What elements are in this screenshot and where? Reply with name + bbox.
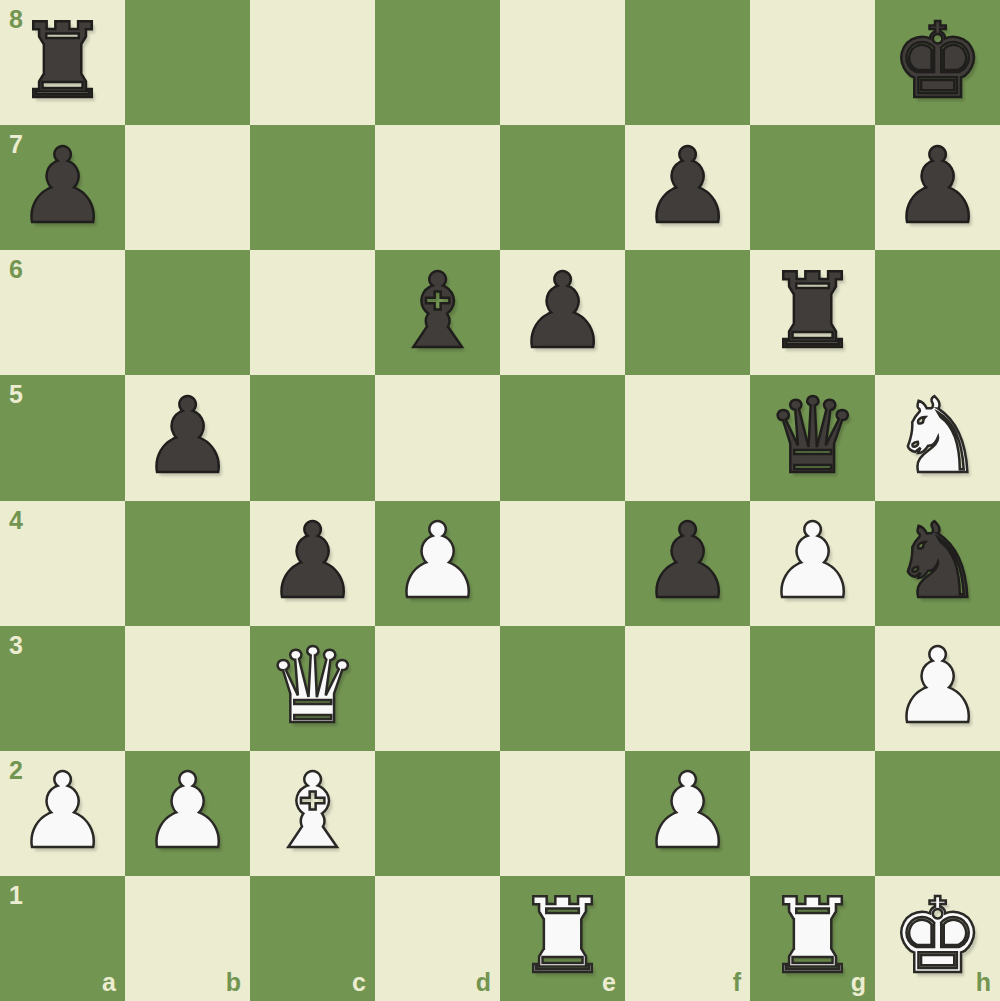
black-rook-piece[interactable]: ♜ [16,9,109,113]
black-knight-piece[interactable]: ♞ [891,509,984,613]
file-label-d: d [476,970,491,995]
white-pawn-piece[interactable]: ♟ [141,759,234,863]
square-h6[interactable] [875,250,1000,375]
black-rook-piece[interactable]: ♜ [766,259,859,363]
square-d2[interactable] [375,751,500,876]
square-h3[interactable]: ♟ [875,626,1000,751]
square-c3[interactable]: ♛ [250,626,375,751]
square-f5[interactable] [625,375,750,500]
white-queen-piece[interactable]: ♛ [266,634,359,738]
black-king-piece[interactable]: ♚ [891,9,984,113]
white-pawn-piece[interactable]: ♟ [891,634,984,738]
square-c5[interactable] [250,375,375,500]
square-h2[interactable] [875,751,1000,876]
square-h4[interactable]: ♞ [875,501,1000,626]
chess-board: 8♜♚7♟♟♟6♝♟♜5♟♛♞4♟♟♟♟♞3♛♟2♟♟♝♟1abcde♜fg♜h… [0,0,1000,1001]
square-d7[interactable] [375,125,500,250]
square-d5[interactable] [375,375,500,500]
file-label-f: f [733,970,741,995]
white-pawn-piece[interactable]: ♟ [641,759,734,863]
square-e3[interactable] [500,626,625,751]
square-b3[interactable] [125,626,250,751]
square-b4[interactable] [125,501,250,626]
black-pawn-piece[interactable]: ♟ [266,509,359,613]
square-c4[interactable]: ♟ [250,501,375,626]
square-e5[interactable] [500,375,625,500]
square-g2[interactable] [750,751,875,876]
square-f6[interactable] [625,250,750,375]
square-b6[interactable] [125,250,250,375]
square-e8[interactable] [500,0,625,125]
square-a3[interactable]: 3 [0,626,125,751]
file-label-a: a [102,970,116,995]
white-king-piece[interactable]: ♚ [891,884,984,988]
square-e4[interactable] [500,501,625,626]
square-b8[interactable] [125,0,250,125]
white-knight-piece[interactable]: ♞ [891,384,984,488]
square-f2[interactable]: ♟ [625,751,750,876]
square-g1[interactable]: g♜ [750,876,875,1001]
square-f7[interactable]: ♟ [625,125,750,250]
white-pawn-piece[interactable]: ♟ [391,509,484,613]
square-c6[interactable] [250,250,375,375]
black-pawn-piece[interactable]: ♟ [16,134,109,238]
white-rook-piece[interactable]: ♜ [766,884,859,988]
square-b2[interactable]: ♟ [125,751,250,876]
rank-label-4: 4 [9,508,23,533]
white-bishop-piece[interactable]: ♝ [266,759,359,863]
black-pawn-piece[interactable]: ♟ [641,509,734,613]
square-c1[interactable]: c [250,876,375,1001]
square-h1[interactable]: h♚ [875,876,1000,1001]
square-e1[interactable]: e♜ [500,876,625,1001]
square-g7[interactable] [750,125,875,250]
square-g8[interactable] [750,0,875,125]
square-b7[interactable] [125,125,250,250]
file-label-b: b [226,970,241,995]
square-d1[interactable]: d [375,876,500,1001]
square-g5[interactable]: ♛ [750,375,875,500]
square-a7[interactable]: 7♟ [0,125,125,250]
square-g6[interactable]: ♜ [750,250,875,375]
square-d6[interactable]: ♝ [375,250,500,375]
square-a1[interactable]: 1a [0,876,125,1001]
square-h7[interactable]: ♟ [875,125,1000,250]
square-d4[interactable]: ♟ [375,501,500,626]
rank-label-6: 6 [9,257,23,282]
square-f8[interactable] [625,0,750,125]
square-f4[interactable]: ♟ [625,501,750,626]
black-queen-piece[interactable]: ♛ [766,384,859,488]
square-c2[interactable]: ♝ [250,751,375,876]
square-e2[interactable] [500,751,625,876]
square-a8[interactable]: 8♜ [0,0,125,125]
square-a4[interactable]: 4 [0,501,125,626]
square-h5[interactable]: ♞ [875,375,1000,500]
square-d8[interactable] [375,0,500,125]
black-pawn-piece[interactable]: ♟ [141,384,234,488]
square-a5[interactable]: 5 [0,375,125,500]
black-pawn-piece[interactable]: ♟ [516,259,609,363]
white-pawn-piece[interactable]: ♟ [766,509,859,613]
square-e7[interactable] [500,125,625,250]
square-b5[interactable]: ♟ [125,375,250,500]
rank-label-3: 3 [9,633,23,658]
square-c7[interactable] [250,125,375,250]
file-label-c: c [352,970,366,995]
black-bishop-piece[interactable]: ♝ [391,259,484,363]
square-h8[interactable]: ♚ [875,0,1000,125]
white-pawn-piece[interactable]: ♟ [16,759,109,863]
square-d3[interactable] [375,626,500,751]
white-rook-piece[interactable]: ♜ [516,884,609,988]
rank-label-5: 5 [9,382,23,407]
black-pawn-piece[interactable]: ♟ [641,134,734,238]
rank-label-1: 1 [9,883,23,908]
square-f1[interactable]: f [625,876,750,1001]
square-g4[interactable]: ♟ [750,501,875,626]
black-pawn-piece[interactable]: ♟ [891,134,984,238]
square-a2[interactable]: 2♟ [0,751,125,876]
square-e6[interactable]: ♟ [500,250,625,375]
square-g3[interactable] [750,626,875,751]
square-b1[interactable]: b [125,876,250,1001]
square-f3[interactable] [625,626,750,751]
square-c8[interactable] [250,0,375,125]
square-a6[interactable]: 6 [0,250,125,375]
